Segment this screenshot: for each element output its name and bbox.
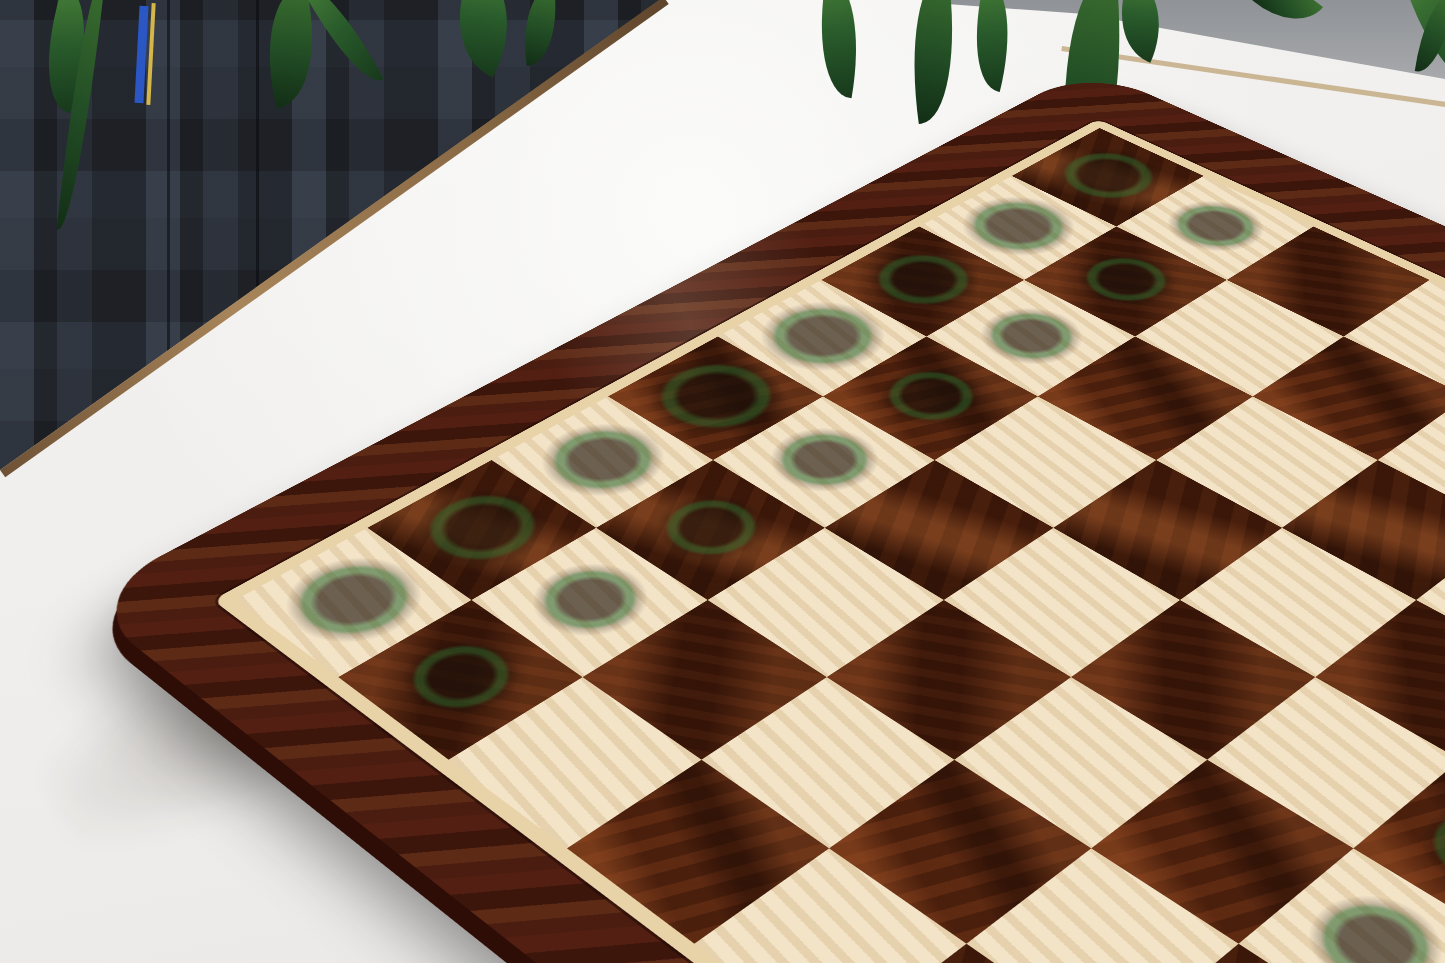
photo-stage: ♜♞♝♚♛♝♞♜♟♟♟♟♟♟♟♟♟♟♟♟♟♟♟♟♜♞♝♚♛♝♞♜ (0, 0, 1445, 963)
pieces-layer: ♜♞♝♚♛♝♞♜♟♟♟♟♟♟♟♟♟♟♟♟♟♟♟♟♜♞♝♚♛♝♞♜ (77, 68, 1445, 963)
board-scene: ♜♞♝♚♛♝♞♜♟♟♟♟♟♟♟♟♟♟♟♟♟♟♟♟♜♞♝♚♛♝♞♜ (0, 0, 1445, 963)
chess-board: ♜♞♝♚♛♝♞♜♟♟♟♟♟♟♟♟♟♟♟♟♟♟♟♟♜♞♝♚♛♝♞♜ (77, 68, 1445, 963)
